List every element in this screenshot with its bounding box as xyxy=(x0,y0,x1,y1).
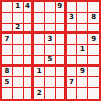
cell-r9c3[interactable] xyxy=(24,88,35,99)
cell-r2c9[interactable]: 8 xyxy=(88,13,99,24)
cell-r8c5[interactable] xyxy=(45,77,56,88)
cell-r5c6[interactable] xyxy=(56,45,67,56)
cell-r5c4[interactable] xyxy=(34,45,45,56)
cell-r6c5[interactable]: 5 xyxy=(45,56,56,67)
cell-r3c2[interactable]: 2 xyxy=(13,24,24,35)
cell-r5c2[interactable] xyxy=(13,45,24,56)
cell-r6c4[interactable] xyxy=(34,56,45,67)
cell-r4c2[interactable] xyxy=(13,34,24,45)
cell-r1c4[interactable] xyxy=(34,2,45,13)
cell-r9c7[interactable] xyxy=(67,88,78,99)
cell-r9c8[interactable] xyxy=(77,88,88,99)
cell-r8c6[interactable] xyxy=(56,77,67,88)
cell-r6c8[interactable] xyxy=(77,56,88,67)
cell-r8c7[interactable]: 7 xyxy=(67,77,78,88)
cell-r7c5[interactable] xyxy=(45,67,56,78)
cell-r2c5[interactable] xyxy=(45,13,56,24)
cell-r4c8[interactable] xyxy=(77,34,88,45)
cell-r1c6[interactable]: 9 xyxy=(56,2,67,13)
cell-r2c2[interactable] xyxy=(13,13,24,24)
cell-r6c3[interactable] xyxy=(24,56,35,67)
cell-r1c5[interactable] xyxy=(45,2,56,13)
cell-r9c6[interactable] xyxy=(56,88,67,99)
sudoku-board: 14938273915819572 xyxy=(0,0,101,101)
cell-r5c5[interactable] xyxy=(45,45,56,56)
cell-r8c2[interactable] xyxy=(13,77,24,88)
cell-r3c4[interactable] xyxy=(34,24,45,35)
cell-r7c3[interactable] xyxy=(24,67,35,78)
cell-r1c3[interactable]: 4 xyxy=(24,2,35,13)
cell-r6c2[interactable] xyxy=(13,56,24,67)
cell-r9c1[interactable] xyxy=(2,88,13,99)
cell-r5c1[interactable] xyxy=(2,45,13,56)
cell-r9c5[interactable] xyxy=(45,88,56,99)
cell-r1c1[interactable] xyxy=(2,2,13,13)
cell-r8c9[interactable] xyxy=(88,77,99,88)
cell-r3c6[interactable] xyxy=(56,24,67,35)
cell-r6c7[interactable] xyxy=(67,56,78,67)
cell-r4c1[interactable]: 7 xyxy=(2,34,13,45)
cell-r3c9[interactable] xyxy=(88,24,99,35)
cell-r4c9[interactable]: 9 xyxy=(88,34,99,45)
cell-r2c4[interactable] xyxy=(34,13,45,24)
cell-r6c6[interactable] xyxy=(56,56,67,67)
cell-r2c1[interactable] xyxy=(2,13,13,24)
cell-r4c5[interactable]: 3 xyxy=(45,34,56,45)
cell-r7c8[interactable]: 9 xyxy=(77,67,88,78)
cell-r5c3[interactable] xyxy=(24,45,35,56)
cell-r3c3[interactable] xyxy=(24,24,35,35)
cell-r1c7[interactable] xyxy=(67,2,78,13)
cell-r7c9[interactable] xyxy=(88,67,99,78)
cell-r1c8[interactable] xyxy=(77,2,88,13)
cell-r4c3[interactable] xyxy=(24,34,35,45)
cell-r9c9[interactable] xyxy=(88,88,99,99)
cell-r5c8[interactable]: 1 xyxy=(77,45,88,56)
cell-r7c7[interactable] xyxy=(67,67,78,78)
cell-r3c7[interactable] xyxy=(67,24,78,35)
cell-r3c1[interactable] xyxy=(2,24,13,35)
cell-r8c1[interactable]: 5 xyxy=(2,77,13,88)
cell-r4c7[interactable] xyxy=(67,34,78,45)
cell-r4c6[interactable] xyxy=(56,34,67,45)
cell-r5c9[interactable] xyxy=(88,45,99,56)
cell-r2c6[interactable] xyxy=(56,13,67,24)
cell-r4c4[interactable] xyxy=(34,34,45,45)
cell-r1c9[interactable] xyxy=(88,2,99,13)
cell-r9c4[interactable]: 2 xyxy=(34,88,45,99)
cell-r1c2[interactable]: 1 xyxy=(13,2,24,13)
cell-r2c8[interactable] xyxy=(77,13,88,24)
cell-r8c4[interactable] xyxy=(34,77,45,88)
cell-r9c2[interactable] xyxy=(13,88,24,99)
cell-r8c8[interactable] xyxy=(77,77,88,88)
cell-r3c8[interactable] xyxy=(77,24,88,35)
cell-r6c9[interactable] xyxy=(88,56,99,67)
cell-r5c7[interactable] xyxy=(67,45,78,56)
cell-r7c2[interactable] xyxy=(13,67,24,78)
cell-r6c1[interactable] xyxy=(2,56,13,67)
cell-r2c7[interactable]: 3 xyxy=(67,13,78,24)
cell-r7c4[interactable]: 1 xyxy=(34,67,45,78)
cell-r7c6[interactable] xyxy=(56,67,67,78)
cell-r2c3[interactable] xyxy=(24,13,35,24)
cell-r3c5[interactable] xyxy=(45,24,56,35)
cell-r7c1[interactable]: 8 xyxy=(2,67,13,78)
cell-r8c3[interactable] xyxy=(24,77,35,88)
